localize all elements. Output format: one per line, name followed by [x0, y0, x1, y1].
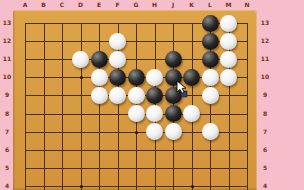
row-label-right: 8	[259, 110, 271, 118]
column-label: B	[39, 1, 49, 9]
white-stone	[109, 51, 126, 68]
white-stone	[183, 105, 200, 122]
column-label: H	[150, 1, 160, 9]
grid-vertical-line	[25, 23, 26, 190]
mouse-cursor-icon	[176, 81, 190, 98]
white-stone	[220, 33, 237, 50]
row-label-left: 4	[1, 182, 13, 190]
white-stone	[146, 123, 163, 140]
white-stone	[128, 105, 145, 122]
hoshi-point	[191, 185, 194, 188]
black-stone	[202, 51, 219, 68]
hoshi-point	[135, 131, 138, 134]
white-stone	[202, 87, 219, 104]
row-label-right: 4	[259, 182, 271, 190]
black-stone	[128, 69, 145, 86]
grid-vertical-line	[44, 23, 45, 190]
black-stone	[202, 33, 219, 50]
white-stone	[202, 123, 219, 140]
black-stone	[91, 51, 108, 68]
column-label: L	[205, 1, 215, 9]
row-label-right: 9	[259, 91, 271, 99]
grid-horizontal-line	[25, 150, 248, 151]
black-stone	[165, 105, 182, 122]
row-label-right: 11	[259, 55, 271, 63]
column-label: A	[20, 1, 30, 9]
black-stone	[146, 87, 163, 104]
column-label: E	[94, 1, 104, 9]
grid-horizontal-line	[25, 186, 248, 187]
white-stone	[220, 51, 237, 68]
hoshi-point	[80, 185, 83, 188]
row-label-left: 12	[1, 37, 13, 45]
grid-vertical-line	[62, 23, 63, 190]
column-label: D	[76, 1, 86, 9]
white-stone	[202, 69, 219, 86]
row-label-right: 5	[259, 164, 271, 172]
row-label-right: 13	[259, 19, 271, 27]
white-stone	[146, 69, 163, 86]
row-label-right: 6	[259, 146, 271, 154]
black-stone	[109, 69, 126, 86]
column-label: C	[57, 1, 67, 9]
go-app-window: ABCDEFGHJKLMN131211109876541312111098765…	[0, 0, 304, 190]
grid-vertical-line	[81, 23, 82, 190]
column-label: J	[168, 1, 178, 9]
row-label-left: 6	[1, 146, 13, 154]
black-stone	[202, 15, 219, 32]
row-label-left: 9	[1, 91, 13, 99]
white-stone	[109, 33, 126, 50]
row-label-left: 10	[1, 73, 13, 81]
row-label-left: 11	[1, 55, 13, 63]
white-stone	[220, 69, 237, 86]
row-label-left: 13	[1, 19, 13, 27]
row-label-left: 8	[1, 110, 13, 118]
white-stone	[109, 87, 126, 104]
grid-vertical-line	[247, 23, 248, 190]
white-stone	[91, 69, 108, 86]
column-label: N	[242, 1, 252, 9]
row-label-right: 10	[259, 73, 271, 81]
white-stone	[220, 15, 237, 32]
white-stone	[72, 51, 89, 68]
column-label: K	[187, 1, 197, 9]
black-stone	[165, 51, 182, 68]
row-label-right: 7	[259, 128, 271, 136]
white-stone	[128, 87, 145, 104]
row-label-left: 7	[1, 128, 13, 136]
row-label-left: 5	[1, 164, 13, 172]
white-stone	[91, 87, 108, 104]
white-stone	[146, 105, 163, 122]
hoshi-point	[80, 76, 83, 79]
column-label: G	[131, 1, 141, 9]
column-label: M	[224, 1, 234, 9]
column-label: F	[113, 1, 123, 9]
white-stone	[165, 123, 182, 140]
grid-vertical-line	[99, 23, 100, 190]
grid-horizontal-line	[25, 168, 248, 169]
row-label-right: 12	[259, 37, 271, 45]
